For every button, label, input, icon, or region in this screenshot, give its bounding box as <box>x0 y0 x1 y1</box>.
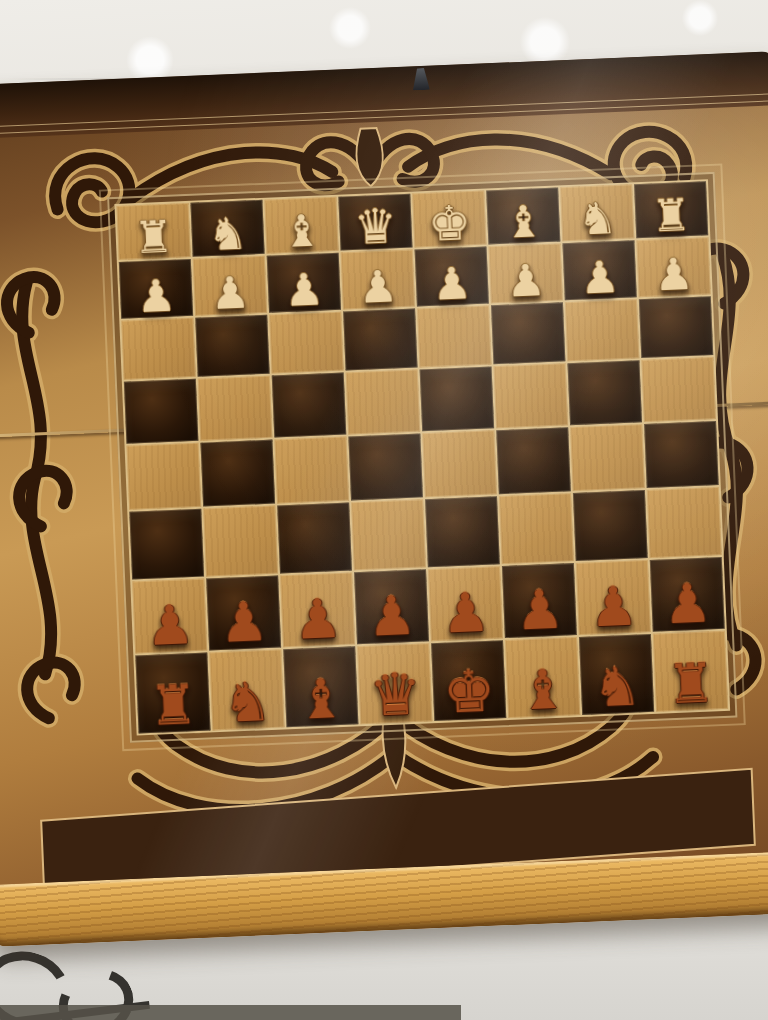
square-e3[interactable] <box>417 305 491 367</box>
piece-light-rook[interactable]: ♜ <box>133 216 174 258</box>
square-a6[interactable] <box>129 509 204 580</box>
square-e8[interactable]: ♚ <box>431 640 506 721</box>
piece-light-bishop[interactable]: ♝ <box>281 210 322 252</box>
piece-light-pawn[interactable]: ♟ <box>579 256 620 298</box>
square-b1[interactable]: ♞ <box>190 200 264 257</box>
square-f4[interactable] <box>494 363 569 428</box>
floor-shadow-strip <box>0 1005 461 1020</box>
piece-dark-pawn[interactable]: ♟ <box>589 582 639 634</box>
square-d3[interactable] <box>343 309 417 371</box>
square-g1[interactable]: ♞ <box>560 184 634 241</box>
square-g4[interactable] <box>567 360 642 425</box>
square-d6[interactable] <box>351 499 426 570</box>
square-h1[interactable]: ♜ <box>634 181 708 238</box>
square-b6[interactable] <box>203 506 278 577</box>
square-c8[interactable]: ♝ <box>283 646 358 727</box>
piece-dark-bishop[interactable]: ♝ <box>296 674 346 726</box>
square-d4[interactable] <box>346 369 421 434</box>
square-a4[interactable] <box>124 379 199 444</box>
wooden-board-box: ♜♞♝♛♚♝♞♜♟♟♟♟♟♟♟♟♟♟♟♟♟♟♟♟♜♞♝♛♚♝♞♜ <box>0 51 768 947</box>
square-e1[interactable]: ♚ <box>412 191 486 248</box>
square-h3[interactable] <box>639 296 713 358</box>
square-b8[interactable]: ♞ <box>209 649 284 730</box>
square-g6[interactable] <box>573 490 648 561</box>
piece-light-pawn[interactable]: ♟ <box>431 263 472 305</box>
square-d7[interactable]: ♟ <box>354 569 429 644</box>
square-c6[interactable] <box>277 502 352 573</box>
square-h6[interactable] <box>647 487 722 558</box>
square-f7[interactable]: ♟ <box>502 563 577 638</box>
piece-dark-king[interactable]: ♚ <box>442 664 496 719</box>
square-d2[interactable]: ♟ <box>341 250 415 310</box>
piece-dark-rook[interactable]: ♜ <box>666 659 716 711</box>
square-f6[interactable] <box>499 493 574 564</box>
square-d1[interactable]: ♛ <box>338 194 412 251</box>
square-f2[interactable]: ♟ <box>489 243 563 303</box>
piece-dark-pawn[interactable]: ♟ <box>441 588 491 640</box>
square-h4[interactable] <box>641 357 716 422</box>
square-a5[interactable] <box>127 443 202 510</box>
square-c5[interactable] <box>274 437 349 504</box>
square-h2[interactable]: ♟ <box>636 237 710 297</box>
piece-dark-pawn[interactable]: ♟ <box>367 591 417 643</box>
piece-dark-queen[interactable]: ♛ <box>368 667 422 722</box>
scene: ♜♞♝♛♚♝♞♜♟♟♟♟♟♟♟♟♟♟♟♟♟♟♟♟♜♞♝♛♚♝♞♜ <box>0 0 768 1020</box>
chessboard-grid: ♜♞♝♛♚♝♞♜♟♟♟♟♟♟♟♟♟♟♟♟♟♟♟♟♜♞♝♛♚♝♞♜ <box>114 179 730 735</box>
square-b3[interactable] <box>195 315 269 377</box>
square-f3[interactable] <box>491 302 565 364</box>
piece-dark-rook[interactable]: ♜ <box>148 680 198 732</box>
piece-dark-pawn[interactable]: ♟ <box>515 585 565 637</box>
piece-light-pawn[interactable]: ♟ <box>505 260 546 302</box>
piece-dark-pawn[interactable]: ♟ <box>662 579 712 631</box>
square-g5[interactable] <box>570 424 645 491</box>
square-c2[interactable]: ♟ <box>267 253 341 313</box>
piece-dark-knight[interactable]: ♞ <box>592 662 642 714</box>
square-g3[interactable] <box>565 299 639 361</box>
piece-light-pawn[interactable]: ♟ <box>284 269 325 311</box>
square-f1[interactable]: ♝ <box>486 187 560 244</box>
piece-light-pawn[interactable]: ♟ <box>210 272 251 314</box>
square-a2[interactable]: ♟ <box>119 259 193 319</box>
square-e2[interactable]: ♟ <box>415 246 489 306</box>
piece-light-knight[interactable]: ♞ <box>207 213 248 255</box>
square-f5[interactable] <box>496 427 571 494</box>
square-a3[interactable] <box>121 318 195 380</box>
square-e7[interactable]: ♟ <box>428 566 503 641</box>
piece-light-knight[interactable]: ♞ <box>577 198 618 240</box>
square-h5[interactable] <box>644 421 719 488</box>
square-b7[interactable]: ♟ <box>206 576 281 651</box>
square-g2[interactable]: ♟ <box>562 240 636 300</box>
square-a7[interactable]: ♟ <box>132 579 207 654</box>
square-h7[interactable]: ♟ <box>650 557 725 632</box>
chessboard-frame: ♜♞♝♛♚♝♞♜♟♟♟♟♟♟♟♟♟♟♟♟♟♟♟♟♜♞♝♛♚♝♞♜ <box>107 172 737 743</box>
square-c3[interactable] <box>269 312 343 374</box>
piece-dark-pawn[interactable]: ♟ <box>219 597 269 649</box>
piece-light-pawn[interactable]: ♟ <box>358 266 399 308</box>
square-d8[interactable]: ♛ <box>357 643 432 724</box>
square-e4[interactable] <box>420 366 495 431</box>
square-c1[interactable]: ♝ <box>264 197 338 254</box>
square-f8[interactable]: ♝ <box>505 637 580 718</box>
square-g7[interactable]: ♟ <box>576 560 651 635</box>
square-c7[interactable]: ♟ <box>280 572 355 647</box>
square-b4[interactable] <box>198 376 273 441</box>
square-a8[interactable]: ♜ <box>135 653 210 734</box>
piece-light-king[interactable]: ♚ <box>427 200 472 246</box>
piece-dark-pawn[interactable]: ♟ <box>145 600 195 652</box>
piece-light-pawn[interactable]: ♟ <box>653 253 694 295</box>
square-a1[interactable]: ♜ <box>116 203 190 260</box>
square-c4[interactable] <box>272 373 347 438</box>
square-e5[interactable] <box>422 430 497 497</box>
square-e6[interactable] <box>425 496 500 567</box>
piece-light-queen[interactable]: ♛ <box>353 203 398 249</box>
piece-light-pawn[interactable]: ♟ <box>136 275 177 317</box>
square-h8[interactable]: ♜ <box>653 631 728 712</box>
square-b2[interactable]: ♟ <box>193 256 267 316</box>
piece-dark-bishop[interactable]: ♝ <box>518 665 568 717</box>
square-g8[interactable]: ♞ <box>579 634 654 715</box>
piece-light-bishop[interactable]: ♝ <box>503 201 544 243</box>
piece-dark-knight[interactable]: ♞ <box>222 677 272 729</box>
square-d5[interactable] <box>348 433 423 500</box>
piece-dark-pawn[interactable]: ♟ <box>293 594 343 646</box>
square-b5[interactable] <box>200 440 275 507</box>
piece-light-rook[interactable]: ♜ <box>651 194 692 236</box>
